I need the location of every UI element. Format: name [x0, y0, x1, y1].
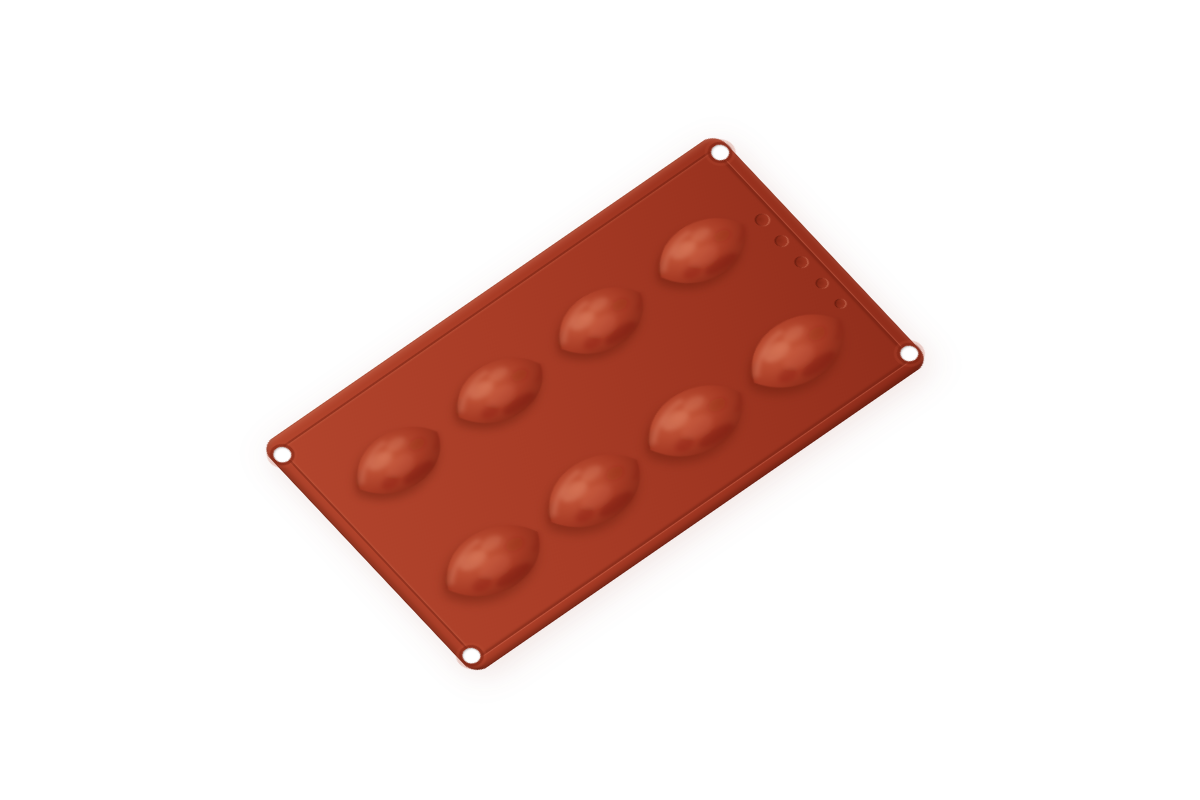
embossed-certification-mark [772, 233, 790, 249]
cocoa-pod-cavity [523, 433, 664, 551]
cocoa-pod-cavity [422, 503, 564, 619]
cocoa-pod-shape [624, 364, 766, 479]
cocoa-pod-cavity [434, 338, 564, 444]
embossed-certification-mark [832, 297, 847, 310]
cocoa-pod-cavity [333, 407, 462, 515]
cocoa-pod-shape [726, 293, 867, 411]
corner-hanging-hole [707, 141, 733, 163]
cocoa-pod-shape [637, 198, 767, 303]
cocoa-pod-shape [536, 267, 665, 374]
cocoa-pod-shape [434, 338, 564, 444]
embossed-certification-mark [792, 254, 810, 270]
silicone-mold [259, 132, 930, 675]
product-photo-scene [0, 0, 1200, 800]
cocoa-pod-shape [422, 503, 564, 619]
corner-hanging-hole [458, 645, 484, 667]
cocoa-pod-cavity [726, 293, 867, 411]
corner-hanging-hole [896, 342, 922, 364]
embossed-certification-mark [751, 211, 771, 228]
cocoa-pod-shape [523, 433, 664, 551]
cocoa-pod-shape [333, 407, 462, 515]
groove-border [278, 148, 913, 660]
embossed-certification-mark [812, 276, 829, 290]
cocoa-pod-cavity [637, 198, 767, 303]
corner-hanging-hole [269, 444, 295, 466]
cocoa-pod-cavity [536, 267, 665, 374]
cocoa-pod-cavity [624, 364, 766, 479]
